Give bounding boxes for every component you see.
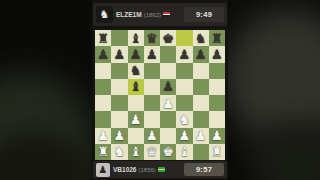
opponent-info: ELZE1M (1862) — [116, 11, 170, 18]
black-king: ♚ — [162, 31, 174, 44]
square-h8[interactable]: ♜ — [209, 30, 225, 46]
player-rating: (1856) — [139, 167, 156, 173]
square-e4[interactable]: ♟ — [160, 95, 176, 111]
square-b6[interactable] — [111, 63, 127, 79]
white-rook: ♜ — [97, 145, 109, 158]
square-c5[interactable]: ♝ — [128, 79, 144, 95]
square-g8[interactable]: ♞ — [193, 30, 209, 46]
square-d3[interactable] — [144, 111, 160, 127]
black-pawn: ♟ — [195, 47, 207, 60]
pawn-avatar-icon: ♟ — [99, 165, 108, 175]
black-queen: ♛ — [146, 31, 158, 44]
square-b2[interactable]: ♟ — [111, 128, 127, 144]
screenshot-root: ♞ ELZE1M (1862) 9:49 ♜♝♛♚♞♜♟♟♟♟♟♟♟♞♝♟♟♟♞… — [0, 0, 320, 180]
black-knight: ♞ — [130, 64, 142, 77]
square-a6[interactable] — [95, 63, 111, 79]
white-rook: ♜ — [211, 145, 223, 158]
white-bishop: ♝ — [179, 145, 191, 158]
knight-avatar-icon: ♞ — [100, 9, 110, 20]
player-avatar[interactable]: ♟ — [96, 163, 110, 177]
square-d8[interactable]: ♛ — [144, 30, 160, 46]
player-bar[interactable]: ♟ VB1026 (1856) 9:57 — [93, 161, 227, 178]
square-c2[interactable] — [128, 128, 144, 144]
square-b5[interactable] — [111, 79, 127, 95]
square-d4[interactable] — [144, 95, 160, 111]
square-h4[interactable] — [209, 95, 225, 111]
square-d5[interactable] — [144, 79, 160, 95]
square-g7[interactable]: ♟ — [193, 46, 209, 62]
square-d7[interactable]: ♟ — [144, 46, 160, 62]
square-h7[interactable]: ♟ — [209, 46, 225, 62]
white-pawn: ♟ — [97, 129, 109, 142]
black-pawn: ♟ — [114, 47, 126, 60]
white-pawn: ♟ — [130, 112, 142, 125]
opponent-name: ELZE1M — [116, 11, 142, 18]
square-g2[interactable]: ♟ — [193, 128, 209, 144]
square-c6[interactable]: ♞ — [128, 63, 144, 79]
opponent-bar[interactable]: ♞ ELZE1M (1862) 9:49 — [93, 3, 227, 26]
square-a5[interactable] — [95, 79, 111, 95]
black-rook: ♜ — [97, 31, 109, 44]
white-king: ♚ — [162, 145, 174, 158]
square-h3[interactable] — [209, 111, 225, 127]
black-pawn: ♟ — [162, 80, 174, 93]
white-bishop: ♝ — [130, 145, 142, 158]
square-h1[interactable]: ♜ — [209, 144, 225, 160]
square-a2[interactable]: ♟ — [95, 128, 111, 144]
square-e5[interactable]: ♟ — [160, 79, 176, 95]
square-e2[interactable] — [160, 128, 176, 144]
white-pawn: ♟ — [195, 129, 207, 142]
square-a7[interactable]: ♟ — [95, 46, 111, 62]
square-f4[interactable] — [176, 95, 192, 111]
black-knight: ♞ — [195, 31, 207, 44]
black-pawn: ♟ — [146, 47, 158, 60]
square-h6[interactable] — [209, 63, 225, 79]
opponent-rating: (1862) — [144, 12, 161, 18]
opponent-flag-icon — [163, 12, 170, 17]
square-b8[interactable] — [111, 30, 127, 46]
black-pawn: ♟ — [130, 47, 142, 60]
square-f6[interactable] — [176, 63, 192, 79]
black-bishop: ♝ — [130, 31, 142, 44]
square-f2[interactable]: ♟ — [176, 128, 192, 144]
square-f8[interactable] — [176, 30, 192, 46]
square-f3[interactable]: ♞ — [176, 111, 192, 127]
black-rook: ♜ — [211, 31, 223, 44]
square-d1[interactable]: ♛ — [144, 144, 160, 160]
black-bishop: ♝ — [130, 80, 142, 93]
player-clock: 9:57 — [184, 163, 224, 176]
white-pawn: ♟ — [179, 129, 191, 142]
white-pawn: ♟ — [162, 96, 174, 109]
square-g6[interactable] — [193, 63, 209, 79]
square-c8[interactable]: ♝ — [128, 30, 144, 46]
chess-app: ♞ ELZE1M (1862) 9:49 ♜♝♛♚♞♜♟♟♟♟♟♟♟♞♝♟♟♟♞… — [92, 0, 228, 180]
square-g3[interactable] — [193, 111, 209, 127]
player-info: VB1026 (1856) — [113, 166, 165, 173]
opponent-clock: 9:49 — [184, 7, 224, 22]
square-f7[interactable]: ♟ — [176, 46, 192, 62]
square-g5[interactable] — [193, 79, 209, 95]
square-b4[interactable] — [111, 95, 127, 111]
square-e7[interactable] — [160, 46, 176, 62]
square-e6[interactable] — [160, 63, 176, 79]
square-b3[interactable] — [111, 111, 127, 127]
white-pawn: ♟ — [146, 129, 158, 142]
black-pawn: ♟ — [211, 47, 223, 60]
square-a1[interactable]: ♜ — [95, 144, 111, 160]
white-knight: ♞ — [179, 112, 191, 125]
square-e3[interactable] — [160, 111, 176, 127]
square-a3[interactable] — [95, 111, 111, 127]
black-pawn: ♟ — [179, 47, 191, 60]
square-d2[interactable]: ♟ — [144, 128, 160, 144]
square-a4[interactable] — [95, 95, 111, 111]
square-e1[interactable]: ♚ — [160, 144, 176, 160]
player-flag-icon — [158, 167, 165, 172]
chess-board: ♜♝♛♚♞♜♟♟♟♟♟♟♟♞♝♟♟♟♞♟♟♟♟♟♟♜♞♝♛♚♝♜ — [95, 30, 225, 160]
square-f5[interactable] — [176, 79, 192, 95]
square-g1[interactable] — [193, 144, 209, 160]
square-c1[interactable]: ♝ — [128, 144, 144, 160]
white-pawn: ♟ — [114, 129, 126, 142]
square-b7[interactable]: ♟ — [111, 46, 127, 62]
square-c3[interactable]: ♟ — [128, 111, 144, 127]
square-g4[interactable] — [193, 95, 209, 111]
square-e8[interactable]: ♚ — [160, 30, 176, 46]
square-a8[interactable]: ♜ — [95, 30, 111, 46]
white-knight: ♞ — [114, 145, 126, 158]
square-c4[interactable] — [128, 95, 144, 111]
black-pawn: ♟ — [97, 47, 109, 60]
white-pawn: ♟ — [211, 129, 223, 142]
player-name: VB1026 — [113, 166, 137, 173]
opponent-avatar[interactable]: ♞ — [96, 6, 113, 23]
square-b1[interactable]: ♞ — [111, 144, 127, 160]
square-f1[interactable]: ♝ — [176, 144, 192, 160]
white-queen: ♛ — [146, 145, 158, 158]
square-h2[interactable]: ♟ — [209, 128, 225, 144]
square-d6[interactable] — [144, 63, 160, 79]
square-h5[interactable] — [209, 79, 225, 95]
square-c7[interactable]: ♟ — [128, 46, 144, 62]
